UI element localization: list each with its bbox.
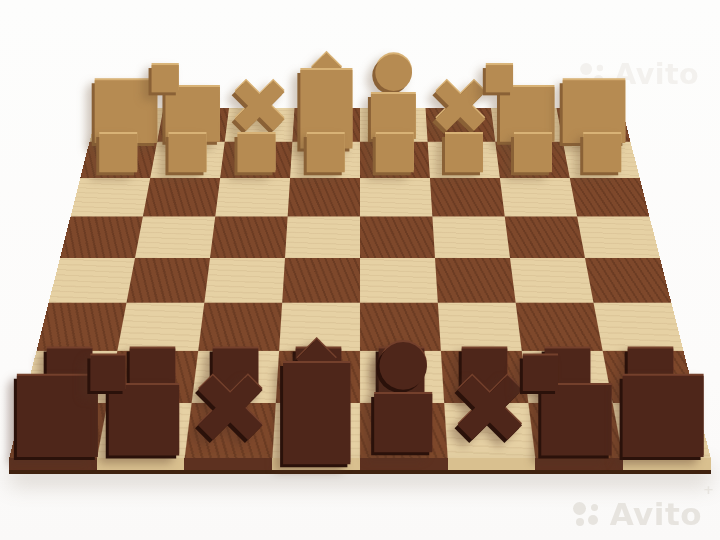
square-b3[interactable] [500, 178, 577, 217]
square-d3[interactable] [360, 178, 432, 217]
pawn-block: ■ [578, 125, 625, 175]
square-a4[interactable] [577, 216, 660, 258]
square-c4[interactable] [432, 216, 510, 258]
piece-white-pawn[interactable]: ■ [302, 125, 349, 165]
square-h3[interactable] [71, 178, 151, 217]
pawn-block: ■ [371, 125, 418, 175]
knight-step-block: ■ [519, 346, 563, 392]
piece-black-knight[interactable]: ■■ [100, 366, 187, 440]
rook-block: ■ [613, 355, 713, 461]
knight-step-block: ■ [483, 58, 517, 94]
piece-black-king[interactable]: ◆█ [284, 332, 350, 440]
square-f4[interactable] [210, 216, 288, 258]
bishop-block: ✖ [190, 362, 271, 459]
square-g3[interactable] [143, 178, 220, 217]
piece-white-king[interactable]: ◆█ [301, 47, 352, 130]
pawn-block: ■ [440, 125, 487, 175]
square-f5[interactable] [204, 258, 285, 303]
square-a3[interactable] [570, 178, 650, 217]
piece-white-queen[interactable]: ●■ [366, 47, 422, 130]
pawn-block: ■ [164, 125, 211, 175]
piece-black-knight[interactable]: ■■ [533, 366, 620, 440]
square-f3[interactable] [215, 178, 290, 217]
watermark-avito-bottom: Avito + [572, 496, 702, 532]
pawn-block: ■ [233, 125, 280, 175]
piece-white-pawn[interactable]: ■ [440, 125, 487, 165]
square-h5[interactable] [49, 258, 135, 303]
square-c5[interactable] [435, 258, 516, 303]
square-c3[interactable] [430, 178, 505, 217]
square-d5[interactable] [360, 258, 438, 303]
piece-white-pawn[interactable]: ■ [95, 125, 142, 165]
knight-step-block: ■ [148, 58, 182, 94]
square-h4[interactable] [60, 216, 143, 258]
square-e5[interactable] [282, 258, 360, 303]
square-e4[interactable] [285, 216, 360, 258]
piece-white-pawn[interactable]: ■ [509, 125, 556, 165]
queen-block: ■ [367, 379, 439, 455]
square-g5[interactable] [127, 258, 210, 303]
square-d4[interactable] [360, 216, 435, 258]
pawn-block: ■ [509, 125, 556, 175]
avito-logo-icon [572, 498, 602, 530]
king-block: █ [284, 371, 350, 456]
watermark-plus-mark: + [703, 482, 714, 497]
knight-step-block: ■ [86, 346, 130, 392]
piece-white-pawn[interactable]: ■ [233, 125, 280, 165]
piece-black-bishop[interactable]: ✖ [190, 362, 271, 440]
pawn-block: ■ [302, 125, 349, 175]
piece-white-pawn[interactable]: ■ [371, 125, 418, 165]
square-e3[interactable] [288, 178, 360, 217]
photo-scene: ■■■✖◆█●■✖■■■■■■■■■■■■■■■■■■■■■■✖◆█●■✖■■■… [0, 0, 720, 540]
square-b5[interactable] [510, 258, 593, 303]
watermark-text: Avito [610, 496, 702, 532]
square-b4[interactable] [505, 216, 585, 258]
square-a5[interactable] [585, 258, 671, 303]
piece-white-pawn[interactable]: ■ [578, 125, 625, 165]
piece-white-pawn[interactable]: ■ [164, 125, 211, 165]
piece-black-rook[interactable]: ■ [613, 355, 713, 440]
pawn-block: ■ [95, 125, 142, 175]
piece-black-queen[interactable]: ●■ [367, 333, 439, 440]
square-g4[interactable] [135, 216, 215, 258]
